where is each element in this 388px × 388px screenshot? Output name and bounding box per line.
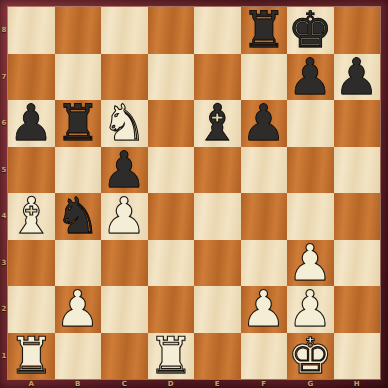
file-label-h: H (334, 379, 381, 388)
white-rook[interactable]: ♜ (8, 333, 55, 380)
square-h7[interactable]: ♟ (334, 54, 381, 101)
rank-label-5: 5 (0, 147, 8, 194)
white-pawn[interactable]: ♟ (287, 240, 334, 287)
square-g1[interactable]: ♚ (287, 333, 334, 380)
white-pawn[interactable]: ♟ (55, 286, 102, 333)
rank-label-8: 8 (0, 7, 8, 54)
rank-label-4: 4 (0, 193, 8, 240)
white-pawn[interactable]: ♟ (241, 286, 288, 333)
square-d2[interactable] (148, 286, 195, 333)
white-rook[interactable]: ♜ (148, 333, 195, 380)
square-e5[interactable] (194, 147, 241, 194)
square-d6[interactable] (148, 100, 195, 147)
square-a8[interactable] (8, 7, 55, 54)
square-b2[interactable]: ♟ (55, 286, 102, 333)
square-b3[interactable] (55, 240, 102, 287)
white-pawn[interactable]: ♟ (101, 193, 148, 240)
square-f3[interactable] (241, 240, 288, 287)
square-e7[interactable] (194, 54, 241, 101)
file-label-g: G (287, 379, 334, 388)
square-a3[interactable] (8, 240, 55, 287)
square-c2[interactable] (101, 286, 148, 333)
black-knight[interactable]: ♞ (55, 193, 102, 240)
black-rook[interactable]: ♜ (241, 7, 288, 54)
file-label-b: B (55, 379, 102, 388)
square-b5[interactable] (55, 147, 102, 194)
square-d8[interactable] (148, 7, 195, 54)
file-label-f: F (241, 379, 288, 388)
square-c7[interactable] (101, 54, 148, 101)
black-pawn[interactable]: ♟ (334, 54, 381, 101)
square-h5[interactable] (334, 147, 381, 194)
square-e8[interactable] (194, 7, 241, 54)
square-g8[interactable]: ♚ (287, 7, 334, 54)
square-d5[interactable] (148, 147, 195, 194)
rank-label-1: 1 (0, 333, 8, 380)
square-c1[interactable] (101, 333, 148, 380)
square-c8[interactable] (101, 7, 148, 54)
white-king[interactable]: ♚ (287, 333, 334, 380)
white-bishop[interactable]: ♝ (8, 193, 55, 240)
square-f4[interactable] (241, 193, 288, 240)
square-d3[interactable] (148, 240, 195, 287)
square-f5[interactable] (241, 147, 288, 194)
white-knight[interactable]: ♞ (101, 100, 148, 147)
square-f2[interactable]: ♟ (241, 286, 288, 333)
black-pawn[interactable]: ♟ (8, 100, 55, 147)
square-a7[interactable] (8, 54, 55, 101)
square-a5[interactable] (8, 147, 55, 194)
square-h2[interactable] (334, 286, 381, 333)
square-h4[interactable] (334, 193, 381, 240)
square-h1[interactable] (334, 333, 381, 380)
square-f1[interactable] (241, 333, 288, 380)
black-pawn[interactable]: ♟ (101, 147, 148, 194)
square-h3[interactable] (334, 240, 381, 287)
rank-label-2: 2 (0, 286, 8, 333)
square-d1[interactable]: ♜ (148, 333, 195, 380)
file-label-a: A (8, 379, 55, 388)
square-g6[interactable] (287, 100, 334, 147)
square-a2[interactable] (8, 286, 55, 333)
square-a1[interactable]: ♜ (8, 333, 55, 380)
chess-board: ♜♚♟♟♟♜♞♝♟♟♝♞♟♟♟♟♟♜♜♚ (8, 7, 380, 379)
square-c3[interactable] (101, 240, 148, 287)
square-b7[interactable] (55, 54, 102, 101)
black-pawn[interactable]: ♟ (287, 54, 334, 101)
square-h6[interactable] (334, 100, 381, 147)
square-c4[interactable]: ♟ (101, 193, 148, 240)
square-b4[interactable]: ♞ (55, 193, 102, 240)
file-label-e: E (194, 379, 241, 388)
square-e6[interactable]: ♝ (194, 100, 241, 147)
rank-label-3: 3 (0, 240, 8, 287)
square-b1[interactable] (55, 333, 102, 380)
black-king[interactable]: ♚ (287, 7, 334, 54)
white-pawn[interactable]: ♟ (287, 286, 334, 333)
square-f7[interactable] (241, 54, 288, 101)
square-g2[interactable]: ♟ (287, 286, 334, 333)
square-c6[interactable]: ♞ (101, 100, 148, 147)
square-d4[interactable] (148, 193, 195, 240)
square-e4[interactable] (194, 193, 241, 240)
square-e1[interactable] (194, 333, 241, 380)
black-pawn[interactable]: ♟ (241, 100, 288, 147)
square-g7[interactable]: ♟ (287, 54, 334, 101)
square-g4[interactable] (287, 193, 334, 240)
square-a6[interactable]: ♟ (8, 100, 55, 147)
file-label-d: D (148, 379, 195, 388)
square-g5[interactable] (287, 147, 334, 194)
square-b6[interactable]: ♜ (55, 100, 102, 147)
rank-label-6: 6 (0, 100, 8, 147)
chess-board-frame: ♜♚♟♟♟♜♞♝♟♟♝♞♟♟♟♟♟♜♜♚ 87654321 ABCDEFGH (0, 0, 388, 388)
black-rook[interactable]: ♜ (55, 100, 102, 147)
square-c5[interactable]: ♟ (101, 147, 148, 194)
square-e3[interactable] (194, 240, 241, 287)
square-g3[interactable]: ♟ (287, 240, 334, 287)
square-a4[interactable]: ♝ (8, 193, 55, 240)
square-b8[interactable] (55, 7, 102, 54)
square-d7[interactable] (148, 54, 195, 101)
square-f8[interactable]: ♜ (241, 7, 288, 54)
black-bishop[interactable]: ♝ (194, 100, 241, 147)
square-f6[interactable]: ♟ (241, 100, 288, 147)
rank-label-7: 7 (0, 54, 8, 101)
square-e2[interactable] (194, 286, 241, 333)
file-label-c: C (101, 379, 148, 388)
square-h8[interactable] (334, 7, 381, 54)
